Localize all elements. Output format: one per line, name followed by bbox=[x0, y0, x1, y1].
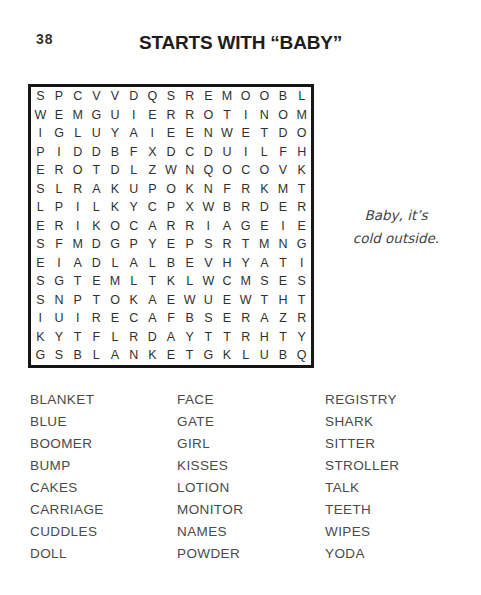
grid-cell-r9c2[interactable]: F bbox=[50, 235, 69, 254]
word-item[interactable]: SHARK bbox=[325, 411, 399, 433]
grid-cell-r11c10[interactable]: W bbox=[199, 272, 218, 291]
grid-cell-r1c5[interactable]: V bbox=[106, 87, 125, 106]
grid-cell-r1c13[interactable]: O bbox=[255, 87, 274, 106]
grid-cell-r11c8[interactable]: K bbox=[162, 272, 181, 291]
grid-cell-r12c5[interactable]: O bbox=[106, 291, 125, 310]
word-item[interactable]: KISSES bbox=[177, 455, 243, 477]
grid-cell-r14c7[interactable]: D bbox=[143, 328, 162, 347]
grid-cell-r13c6[interactable]: C bbox=[124, 309, 143, 328]
grid-cell-r1c1[interactable]: S bbox=[31, 87, 50, 106]
grid-cell-r12c14[interactable]: H bbox=[274, 291, 293, 310]
word-item[interactable]: LOTION bbox=[177, 477, 243, 499]
grid-cell-r8c11[interactable]: A bbox=[218, 217, 237, 236]
word-item[interactable]: YODA bbox=[325, 543, 399, 565]
grid-cell-r3c4[interactable]: U bbox=[87, 124, 106, 143]
word-column-1: BLANKETBLUEBOOMERBUMPCAKESCARRIAGECUDDLE… bbox=[30, 389, 104, 565]
grid-cell-r3c10[interactable]: N bbox=[199, 124, 218, 143]
grid-cell-r9c1[interactable]: S bbox=[31, 235, 50, 254]
grid-cell-r4c10[interactable]: D bbox=[199, 143, 218, 162]
grid-cell-r12c8[interactable]: E bbox=[162, 291, 181, 310]
quote-line-1: Baby, it’s bbox=[328, 204, 464, 227]
grid-cell-r15c5[interactable]: A bbox=[106, 346, 125, 365]
grid-cell-r5c9[interactable]: N bbox=[180, 161, 199, 180]
grid-cell-r8c7[interactable]: A bbox=[143, 217, 162, 236]
word-item[interactable]: DOLL bbox=[30, 543, 104, 565]
grid-cell-r7c10[interactable]: W bbox=[199, 198, 218, 217]
grid-cell-r6c5[interactable]: K bbox=[106, 180, 125, 199]
grid-cell-r5c4[interactable]: T bbox=[87, 161, 106, 180]
grid-cell-r1c8[interactable]: S bbox=[162, 87, 181, 106]
grid-cell-r6c8[interactable]: O bbox=[162, 180, 181, 199]
grid-cell-r9c14[interactable]: N bbox=[274, 235, 293, 254]
grid-cell-r11c7[interactable]: T bbox=[143, 272, 162, 291]
grid-cell-r6c9[interactable]: K bbox=[180, 180, 199, 199]
grid-cell-r6c6[interactable]: U bbox=[124, 180, 143, 199]
grid-cell-r13c15[interactable]: R bbox=[292, 309, 311, 328]
grid-cell-r7c1[interactable]: L bbox=[31, 198, 50, 217]
grid-cell-r10c4[interactable]: D bbox=[87, 254, 106, 273]
grid-cell-r5c6[interactable]: L bbox=[124, 161, 143, 180]
grid-cell-r2c5[interactable]: U bbox=[106, 106, 125, 125]
grid-cell-r4c11[interactable]: U bbox=[218, 143, 237, 162]
grid-cell-r7c9[interactable]: X bbox=[180, 198, 199, 217]
word-item[interactable]: GATE bbox=[177, 411, 243, 433]
grid-cell-r10c12[interactable]: Y bbox=[236, 254, 255, 273]
grid-cell-r13c9[interactable]: B bbox=[180, 309, 199, 328]
grid-cell-r6c14[interactable]: M bbox=[274, 180, 293, 199]
grid-cell-r6c10[interactable]: N bbox=[199, 180, 218, 199]
word-item[interactable]: TEETH bbox=[325, 499, 399, 521]
grid-cell-r2c1[interactable]: W bbox=[31, 106, 50, 125]
grid-cell-r9c9[interactable]: P bbox=[180, 235, 199, 254]
grid-cell-r12c6[interactable]: K bbox=[124, 291, 143, 310]
grid-cell-r6c2[interactable]: L bbox=[50, 180, 69, 199]
word-item[interactable]: MONITOR bbox=[177, 499, 243, 521]
grid-cell-r14c6[interactable]: R bbox=[124, 328, 143, 347]
grid-cell-r14c4[interactable]: F bbox=[87, 328, 106, 347]
grid-cell-r2c6[interactable]: I bbox=[124, 106, 143, 125]
grid-cell-r5c1[interactable]: E bbox=[31, 161, 50, 180]
grid-cell-r2c9[interactable]: R bbox=[180, 106, 199, 125]
grid-cell-r1c6[interactable]: D bbox=[124, 87, 143, 106]
grid-cell-r8c10[interactable]: I bbox=[199, 217, 218, 236]
grid-cell-r14c3[interactable]: T bbox=[68, 328, 87, 347]
word-item[interactable]: BUMP bbox=[30, 455, 104, 477]
grid-cell-r3c2[interactable]: G bbox=[50, 124, 69, 143]
grid-cell-r2c10[interactable]: O bbox=[199, 106, 218, 125]
grid-cell-r8c1[interactable]: E bbox=[31, 217, 50, 236]
grid-cell-r11c6[interactable]: L bbox=[124, 272, 143, 291]
grid-cell-r4c8[interactable]: D bbox=[162, 143, 181, 162]
grid-cell-r4c9[interactable]: C bbox=[180, 143, 199, 162]
word-column-3: REGISTRYSHARKSITTERSTROLLERTALKTEETHWIPE… bbox=[325, 389, 399, 565]
grid-cell-r15c14[interactable]: B bbox=[274, 346, 293, 365]
grid-cell-r2c13[interactable]: N bbox=[255, 106, 274, 125]
grid-cell-r7c3[interactable]: I bbox=[68, 198, 87, 217]
grid-cell-r14c12[interactable]: R bbox=[236, 328, 255, 347]
grid-cell-r4c7[interactable]: X bbox=[143, 143, 162, 162]
grid-cell-r13c8[interactable]: F bbox=[162, 309, 181, 328]
word-item[interactable]: REGISTRY bbox=[325, 389, 399, 411]
word-item[interactable]: FACE bbox=[177, 389, 243, 411]
grid-cell-r4c14[interactable]: F bbox=[274, 143, 293, 162]
grid-cell-r10c5[interactable]: L bbox=[106, 254, 125, 273]
wordsearch-grid: SPCVVDQSREMOOBLWEMGUIERROTINOMIGLUYAIEEN… bbox=[28, 84, 314, 368]
grid-cell-r6c3[interactable]: R bbox=[68, 180, 87, 199]
grid-cell-r15c10[interactable]: G bbox=[199, 346, 218, 365]
grid-cell-r5c14[interactable]: V bbox=[274, 161, 293, 180]
grid-cell-r6c4[interactable]: A bbox=[87, 180, 106, 199]
word-item[interactable]: BLUE bbox=[30, 411, 104, 433]
grid-cell-r7c15[interactable]: R bbox=[292, 198, 311, 217]
grid-cell-r11c4[interactable]: E bbox=[87, 272, 106, 291]
grid-cell-r10c10[interactable]: V bbox=[199, 254, 218, 273]
word-item[interactable]: NAMES bbox=[177, 521, 243, 543]
grid-cell-r10c13[interactable]: A bbox=[255, 254, 274, 273]
grid-cell-r6c11[interactable]: F bbox=[218, 180, 237, 199]
grid-cell-r13c1[interactable]: I bbox=[31, 309, 50, 328]
grid-cell-r9c15[interactable]: G bbox=[292, 235, 311, 254]
grid-cell-r10c8[interactable]: B bbox=[162, 254, 181, 273]
grid-cell-r4c3[interactable]: D bbox=[68, 143, 87, 162]
grid-cell-r11c11[interactable]: C bbox=[218, 272, 237, 291]
word-item[interactable]: GIRL bbox=[177, 433, 243, 455]
grid-cell-r8c5[interactable]: O bbox=[106, 217, 125, 236]
grid-cell-r14c11[interactable]: T bbox=[218, 328, 237, 347]
grid-cell-r12c12[interactable]: W bbox=[236, 291, 255, 310]
grid-cell-r5c15[interactable]: K bbox=[292, 161, 311, 180]
grid-cell-r11c5[interactable]: M bbox=[106, 272, 125, 291]
grid-cell-r10c9[interactable]: E bbox=[180, 254, 199, 273]
grid-cell-r11c9[interactable]: L bbox=[180, 272, 199, 291]
grid-cell-r8c2[interactable]: R bbox=[50, 217, 69, 236]
grid-cell-r9c8[interactable]: E bbox=[162, 235, 181, 254]
grid-cell-r10c1[interactable]: E bbox=[31, 254, 50, 273]
grid-cell-r4c13[interactable]: L bbox=[255, 143, 274, 162]
grid-cell-r1c11[interactable]: M bbox=[218, 87, 237, 106]
word-item[interactable]: STROLLER bbox=[325, 455, 399, 477]
grid-cell-r8c8[interactable]: R bbox=[162, 217, 181, 236]
grid-cell-r10c2[interactable]: I bbox=[50, 254, 69, 273]
grid-cell-r11c2[interactable]: G bbox=[50, 272, 69, 291]
grid-cell-r2c2[interactable]: E bbox=[50, 106, 69, 125]
grid-cell-r11c3[interactable]: T bbox=[68, 272, 87, 291]
grid-cell-r7c14[interactable]: E bbox=[274, 198, 293, 217]
grid-cell-r14c1[interactable]: K bbox=[31, 328, 50, 347]
grid-cell-r1c12[interactable]: O bbox=[236, 87, 255, 106]
grid-cell-r5c3[interactable]: O bbox=[68, 161, 87, 180]
grid-cell-r15c11[interactable]: K bbox=[218, 346, 237, 365]
grid-cell-r15c4[interactable]: L bbox=[87, 346, 106, 365]
grid-cell-r13c13[interactable]: A bbox=[255, 309, 274, 328]
grid-cell-r4c1[interactable]: P bbox=[31, 143, 50, 162]
grid-cell-r12c4[interactable]: T bbox=[87, 291, 106, 310]
grid-cell-r3c3[interactable]: L bbox=[68, 124, 87, 143]
word-item[interactable]: TALK bbox=[325, 477, 399, 499]
grid-cell-r12c1[interactable]: S bbox=[31, 291, 50, 310]
grid-cell-r3c8[interactable]: E bbox=[162, 124, 181, 143]
word-item[interactable]: BOOMER bbox=[30, 433, 104, 455]
grid-cell-r2c11[interactable]: T bbox=[218, 106, 237, 125]
grid-cell-r3c6[interactable]: A bbox=[124, 124, 143, 143]
grid-cell-r3c9[interactable]: E bbox=[180, 124, 199, 143]
word-item[interactable]: SITTER bbox=[325, 433, 399, 455]
grid-cell-r7c13[interactable]: D bbox=[255, 198, 274, 217]
grid-cell-r11c13[interactable]: S bbox=[255, 272, 274, 291]
grid-cell-r11c12[interactable]: M bbox=[236, 272, 255, 291]
grid-cell-r15c6[interactable]: N bbox=[124, 346, 143, 365]
grid-cell-r5c13[interactable]: O bbox=[255, 161, 274, 180]
word-item[interactable]: WIPES bbox=[325, 521, 399, 543]
grid-cell-r2c3[interactable]: M bbox=[68, 106, 87, 125]
word-item[interactable]: CARRIAGE bbox=[30, 499, 104, 521]
grid-cell-r9c5[interactable]: G bbox=[106, 235, 125, 254]
grid-cell-r13c4[interactable]: R bbox=[87, 309, 106, 328]
grid-cell-r8c13[interactable]: E bbox=[255, 217, 274, 236]
grid-cell-r11c15[interactable]: S bbox=[292, 272, 311, 291]
grid-cell-r4c5[interactable]: B bbox=[106, 143, 125, 162]
grid-cell-r7c2[interactable]: P bbox=[50, 198, 69, 217]
grid-cell-r7c4[interactable]: L bbox=[87, 198, 106, 217]
grid-cell-r3c5[interactable]: Y bbox=[106, 124, 125, 143]
grid-cell-r14c8[interactable]: A bbox=[162, 328, 181, 347]
grid-cell-r2c14[interactable]: O bbox=[274, 106, 293, 125]
grid-cell-r10c7[interactable]: L bbox=[143, 254, 162, 273]
grid-cell-r12c15[interactable]: T bbox=[292, 291, 311, 310]
grid-cell-r10c11[interactable]: H bbox=[218, 254, 237, 273]
grid-cell-r15c15[interactable]: Q bbox=[292, 346, 311, 365]
quote-text: Baby, it’s cold outside. bbox=[328, 204, 464, 250]
grid-cell-r6c13[interactable]: K bbox=[255, 180, 274, 199]
grid-cell-r10c3[interactable]: A bbox=[68, 254, 87, 273]
grid-cell-r12c2[interactable]: N bbox=[50, 291, 69, 310]
grid-cell-r3c7[interactable]: I bbox=[143, 124, 162, 143]
grid-cell-r9c4[interactable]: D bbox=[87, 235, 106, 254]
grid-cell-r5c10[interactable]: Q bbox=[199, 161, 218, 180]
grid-cell-r10c15[interactable]: I bbox=[292, 254, 311, 273]
grid-cell-r7c6[interactable]: Y bbox=[124, 198, 143, 217]
grid-cell-r14c2[interactable]: Y bbox=[50, 328, 69, 347]
grid-cell-r3c11[interactable]: W bbox=[218, 124, 237, 143]
grid-cell-r9c3[interactable]: M bbox=[68, 235, 87, 254]
grid-cell-r9c12[interactable]: T bbox=[236, 235, 255, 254]
grid-cell-r8c6[interactable]: C bbox=[124, 217, 143, 236]
grid-cell-r12c3[interactable]: P bbox=[68, 291, 87, 310]
grid-cell-r15c1[interactable]: G bbox=[31, 346, 50, 365]
grid-cell-r13c14[interactable]: Z bbox=[274, 309, 293, 328]
grid-cell-r7c11[interactable]: B bbox=[218, 198, 237, 217]
grid-cell-r9c11[interactable]: R bbox=[218, 235, 237, 254]
grid-cell-r2c7[interactable]: E bbox=[143, 106, 162, 125]
word-column-2: FACEGATEGIRLKISSESLOTIONMONITORNAMESPOWD… bbox=[177, 389, 243, 565]
grid-cell-r1c3[interactable]: C bbox=[68, 87, 87, 106]
word-item[interactable]: CUDDLES bbox=[30, 521, 104, 543]
grid-cell-r3c15[interactable]: O bbox=[292, 124, 311, 143]
grid-cell-r1c9[interactable]: R bbox=[180, 87, 199, 106]
grid-cell-r15c7[interactable]: K bbox=[143, 346, 162, 365]
grid-cell-r1c4[interactable]: V bbox=[87, 87, 106, 106]
grid-cell-r9c7[interactable]: Y bbox=[143, 235, 162, 254]
grid-cell-r2c8[interactable]: R bbox=[162, 106, 181, 125]
grid-cell-r15c3[interactable]: B bbox=[68, 346, 87, 365]
grid-cell-r11c1[interactable]: S bbox=[31, 272, 50, 291]
grid-cell-r1c10[interactable]: E bbox=[199, 87, 218, 106]
grid-cell-r3c12[interactable]: E bbox=[236, 124, 255, 143]
quote-line-2: cold outside. bbox=[328, 227, 464, 250]
grid-cell-r13c11[interactable]: E bbox=[218, 309, 237, 328]
grid-cell-r1c2[interactable]: P bbox=[50, 87, 69, 106]
grid-cell-r4c2[interactable]: I bbox=[50, 143, 69, 162]
grid-cell-r13c10[interactable]: S bbox=[199, 309, 218, 328]
grid-cell-r14c9[interactable]: Y bbox=[180, 328, 199, 347]
grid-cell-r5c7[interactable]: Z bbox=[143, 161, 162, 180]
grid-cell-r8c9[interactable]: R bbox=[180, 217, 199, 236]
grid-cell-r8c4[interactable]: K bbox=[87, 217, 106, 236]
grid-cell-r14c10[interactable]: T bbox=[199, 328, 218, 347]
grid-cell-r14c15[interactable]: Y bbox=[292, 328, 311, 347]
grid-cell-r7c7[interactable]: C bbox=[143, 198, 162, 217]
word-item[interactable]: POWDER bbox=[177, 543, 243, 565]
grid-cell-r13c2[interactable]: U bbox=[50, 309, 69, 328]
grid-cell-r10c14[interactable]: T bbox=[274, 254, 293, 273]
grid-cell-r5c12[interactable]: C bbox=[236, 161, 255, 180]
grid-cell-r2c12[interactable]: I bbox=[236, 106, 255, 125]
page-title: STARTS WITH “BABY” bbox=[0, 32, 481, 54]
grid-cell-r14c14[interactable]: T bbox=[274, 328, 293, 347]
grid-cell-r6c12[interactable]: R bbox=[236, 180, 255, 199]
grid-cell-r5c5[interactable]: D bbox=[106, 161, 125, 180]
grid-cell-r8c15[interactable]: E bbox=[292, 217, 311, 236]
grid-cell-r14c5[interactable]: L bbox=[106, 328, 125, 347]
grid-cell-r3c1[interactable]: I bbox=[31, 124, 50, 143]
grid-cell-r7c5[interactable]: K bbox=[106, 198, 125, 217]
grid-cell-r12c7[interactable]: A bbox=[143, 291, 162, 310]
grid-cell-r10c6[interactable]: A bbox=[124, 254, 143, 273]
grid-cell-r13c5[interactable]: E bbox=[106, 309, 125, 328]
grid-cell-r4c4[interactable]: D bbox=[87, 143, 106, 162]
grid-cell-r12c11[interactable]: E bbox=[218, 291, 237, 310]
grid-cell-r13c12[interactable]: R bbox=[236, 309, 255, 328]
grid-cell-r3c13[interactable]: T bbox=[255, 124, 274, 143]
grid-cell-r12c9[interactable]: W bbox=[180, 291, 199, 310]
grid-cell-r8c3[interactable]: I bbox=[68, 217, 87, 236]
word-item[interactable]: BLANKET bbox=[30, 389, 104, 411]
grid-cell-r1c15[interactable]: L bbox=[292, 87, 311, 106]
grid-cell-r8c12[interactable]: G bbox=[236, 217, 255, 236]
grid-cell-r1c14[interactable]: B bbox=[274, 87, 293, 106]
grid-cell-r14c13[interactable]: H bbox=[255, 328, 274, 347]
grid-cell-r8c14[interactable]: I bbox=[274, 217, 293, 236]
grid-cell-r7c8[interactable]: P bbox=[162, 198, 181, 217]
grid-cell-r4c15[interactable]: H bbox=[292, 143, 311, 162]
grid-cell-r4c12[interactable]: I bbox=[236, 143, 255, 162]
grid-cell-r15c13[interactable]: U bbox=[255, 346, 274, 365]
grid-cell-r15c9[interactable]: T bbox=[180, 346, 199, 365]
grid-cell-r5c8[interactable]: W bbox=[162, 161, 181, 180]
grid-cell-r9c10[interactable]: S bbox=[199, 235, 218, 254]
grid-cell-r6c7[interactable]: P bbox=[143, 180, 162, 199]
grid-cell-r15c8[interactable]: E bbox=[162, 346, 181, 365]
grid-cell-r13c7[interactable]: A bbox=[143, 309, 162, 328]
grid-cell-r15c12[interactable]: L bbox=[236, 346, 255, 365]
grid-cell-r7c12[interactable]: R bbox=[236, 198, 255, 217]
grid-cell-r3c14[interactable]: D bbox=[274, 124, 293, 143]
grid-cell-r11c14[interactable]: E bbox=[274, 272, 293, 291]
grid-cell-r6c15[interactable]: T bbox=[292, 180, 311, 199]
grid-cell-r5c2[interactable]: R bbox=[50, 161, 69, 180]
word-item[interactable]: CAKES bbox=[30, 477, 104, 499]
grid-cell-r2c15[interactable]: M bbox=[292, 106, 311, 125]
grid-cell-r4c6[interactable]: F bbox=[124, 143, 143, 162]
grid-cell-r6c1[interactable]: S bbox=[31, 180, 50, 199]
grid-cell-r12c10[interactable]: U bbox=[199, 291, 218, 310]
grid-cell-r12c13[interactable]: T bbox=[255, 291, 274, 310]
grid-cell-r5c11[interactable]: O bbox=[218, 161, 237, 180]
grid-cell-r15c2[interactable]: S bbox=[50, 346, 69, 365]
grid-cell-r13c3[interactable]: I bbox=[68, 309, 87, 328]
grid-cell-r2c4[interactable]: G bbox=[87, 106, 106, 125]
grid-cell-r1c7[interactable]: Q bbox=[143, 87, 162, 106]
grid-cell-r9c13[interactable]: M bbox=[255, 235, 274, 254]
grid-cell-r9c6[interactable]: P bbox=[124, 235, 143, 254]
